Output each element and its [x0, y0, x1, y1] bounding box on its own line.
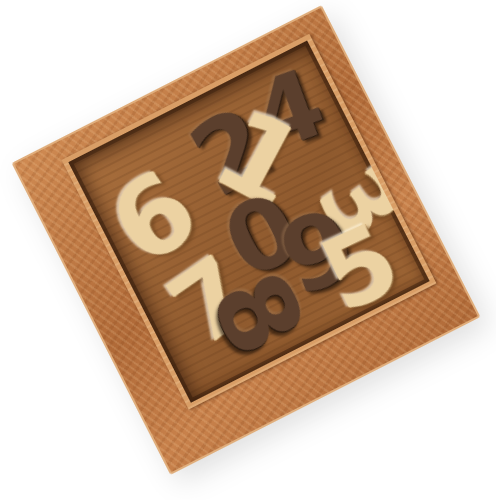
product-photo-scene: 6241039785: [0, 0, 496, 500]
puzzle-box: 6241039785: [12, 5, 481, 475]
puzzle-well: 6241039785: [68, 41, 429, 403]
box-inner-rim: 6241039785: [62, 34, 437, 410]
